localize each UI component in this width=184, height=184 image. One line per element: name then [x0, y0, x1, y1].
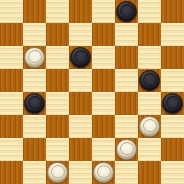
square-d3 [69, 115, 92, 138]
square-e4 [92, 92, 115, 115]
square-g8 [138, 0, 161, 23]
square-b2[interactable] [23, 138, 46, 161]
square-d2[interactable] [69, 138, 92, 161]
white-man-b6[interactable] [24, 47, 45, 68]
square-c5[interactable] [46, 69, 69, 92]
square-e5[interactable] [92, 69, 115, 92]
black-man-b4[interactable] [24, 93, 45, 114]
square-e1[interactable] [92, 161, 115, 184]
square-f7 [115, 23, 138, 46]
square-h4[interactable] [161, 92, 184, 115]
square-b3 [23, 115, 46, 138]
square-e6 [92, 46, 115, 69]
square-f8[interactable] [115, 0, 138, 23]
square-h5 [161, 69, 184, 92]
square-a7[interactable] [0, 23, 23, 46]
square-d4[interactable] [69, 92, 92, 115]
square-a6 [0, 46, 23, 69]
square-c1[interactable] [46, 161, 69, 184]
square-g6 [138, 46, 161, 69]
square-a1[interactable] [0, 161, 23, 184]
black-man-f8[interactable] [116, 1, 137, 22]
square-b5 [23, 69, 46, 92]
square-c4 [46, 92, 69, 115]
square-d8[interactable] [69, 0, 92, 23]
square-h3 [161, 115, 184, 138]
square-g3[interactable] [138, 115, 161, 138]
square-c7[interactable] [46, 23, 69, 46]
square-e3[interactable] [92, 115, 115, 138]
square-b7 [23, 23, 46, 46]
square-e7[interactable] [92, 23, 115, 46]
square-c8 [46, 0, 69, 23]
square-f5 [115, 69, 138, 92]
square-g4 [138, 92, 161, 115]
white-man-f2[interactable] [116, 139, 137, 160]
square-h1 [161, 161, 184, 184]
square-d5 [69, 69, 92, 92]
square-g7[interactable] [138, 23, 161, 46]
square-b6[interactable] [23, 46, 46, 69]
square-h6[interactable] [161, 46, 184, 69]
white-man-c1[interactable] [47, 162, 68, 183]
square-a5[interactable] [0, 69, 23, 92]
square-a4 [0, 92, 23, 115]
square-e8 [92, 0, 115, 23]
square-d1 [69, 161, 92, 184]
square-b8[interactable] [23, 0, 46, 23]
square-h8[interactable] [161, 0, 184, 23]
square-a8 [0, 0, 23, 23]
square-h7 [161, 23, 184, 46]
square-h2[interactable] [161, 138, 184, 161]
white-man-g3[interactable] [139, 116, 160, 137]
square-f4[interactable] [115, 92, 138, 115]
square-d6[interactable] [69, 46, 92, 69]
square-e2 [92, 138, 115, 161]
square-f2[interactable] [115, 138, 138, 161]
square-a2 [0, 138, 23, 161]
square-d7 [69, 23, 92, 46]
checkers-board [0, 0, 184, 184]
square-b4[interactable] [23, 92, 46, 115]
square-c2 [46, 138, 69, 161]
square-g1[interactable] [138, 161, 161, 184]
square-c6 [46, 46, 69, 69]
square-f1 [115, 161, 138, 184]
square-b1 [23, 161, 46, 184]
square-g5[interactable] [138, 69, 161, 92]
white-man-e1[interactable] [93, 162, 114, 183]
square-a3[interactable] [0, 115, 23, 138]
square-f6[interactable] [115, 46, 138, 69]
black-man-d6[interactable] [70, 47, 91, 68]
square-f3 [115, 115, 138, 138]
square-c3[interactable] [46, 115, 69, 138]
black-man-h4[interactable] [162, 93, 183, 114]
black-man-g5[interactable] [139, 70, 160, 91]
square-g2 [138, 138, 161, 161]
